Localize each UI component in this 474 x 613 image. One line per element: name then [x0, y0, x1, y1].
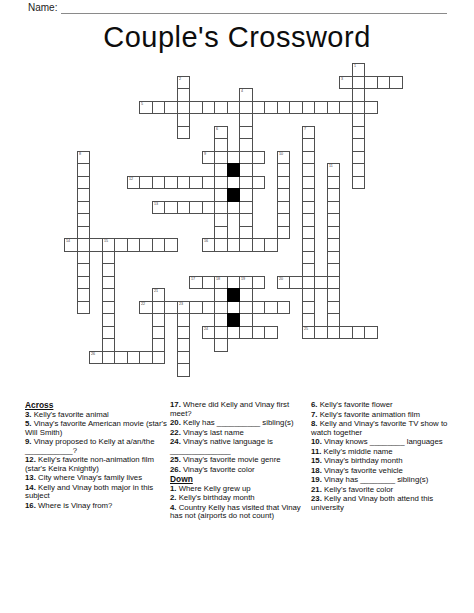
grid-cell[interactable] — [252, 276, 266, 290]
grid-cell[interactable] — [277, 213, 291, 227]
clue-number-label: 13. — [25, 473, 38, 482]
grid-cell[interactable] — [102, 263, 116, 277]
cell-number: 14 — [66, 239, 70, 243]
grid-cell[interactable] — [289, 276, 303, 290]
cell-number: 24 — [204, 327, 208, 331]
grid-cell[interactable] — [252, 176, 266, 190]
clue-number-label: 4. — [170, 503, 179, 512]
clue-across-5: 5. Vinay's favorite American movie (star… — [25, 420, 167, 437]
grid-cell[interactable] — [277, 201, 291, 215]
grid-cell[interactable] — [352, 163, 366, 177]
grid-cell[interactable] — [264, 101, 278, 115]
name-label: Name: — [28, 2, 57, 13]
grid-cell[interactable] — [277, 163, 291, 177]
clue-number-label: 23. — [311, 494, 324, 503]
grid-cell[interactable] — [177, 313, 191, 327]
grid-cell[interactable] — [77, 301, 91, 315]
grid-cell[interactable] — [227, 101, 241, 115]
grid-cell[interactable] — [214, 213, 228, 227]
clue-down-2: 2. Kelly's birthday month — [170, 494, 308, 503]
clue-down-10: 10. Vinay knows ________ languages — [311, 438, 463, 447]
black-cell — [227, 163, 241, 177]
grid-cell[interactable] — [102, 351, 116, 365]
grid-cell[interactable] — [302, 251, 316, 265]
grid-cell[interactable] — [177, 201, 191, 215]
across-header: Across — [25, 401, 167, 410]
grid-cell[interactable] — [352, 176, 366, 190]
grid-cell[interactable] — [227, 301, 241, 315]
grid-cell[interactable] — [352, 88, 366, 102]
cell-number: 8 — [79, 152, 81, 156]
grid-cell[interactable] — [302, 151, 316, 165]
cell-number: 18 — [216, 277, 220, 281]
clue-number-label: 9. — [25, 437, 34, 446]
grid-cell[interactable] — [214, 226, 228, 240]
grid-cell[interactable] — [164, 101, 178, 115]
grid-cell[interactable] — [214, 151, 228, 165]
grid-cell[interactable] — [302, 188, 316, 202]
grid-cell[interactable] — [239, 113, 253, 127]
cell-number: 5 — [141, 102, 143, 106]
grid-cell[interactable] — [164, 201, 178, 215]
cell-number: 9 — [204, 152, 206, 156]
grid-cell[interactable] — [339, 101, 353, 115]
grid-cell[interactable]: 25 — [302, 326, 316, 340]
grid-cell[interactable] — [114, 351, 128, 365]
grid-cell[interactable] — [177, 338, 191, 352]
clue-column-left: Across3. Kelly's favorite animal5. Vinay… — [25, 401, 167, 511]
grid-cell[interactable] — [102, 313, 116, 327]
grid-cell[interactable] — [302, 313, 316, 327]
grid-cell[interactable] — [327, 213, 341, 227]
grid-cell[interactable] — [302, 213, 316, 227]
clue-across-16: 16. Where is Vinay from? — [25, 502, 167, 511]
grid-cell[interactable] — [277, 188, 291, 202]
grid-cell[interactable] — [164, 176, 178, 190]
cell-number: 12 — [129, 177, 133, 181]
clue-number-label: 12. — [25, 455, 38, 464]
grid-cell[interactable] — [377, 76, 391, 90]
cell-number: 23 — [179, 302, 183, 306]
grid-cell[interactable] — [252, 101, 266, 115]
clue-number-label: 15. — [311, 456, 324, 465]
grid-cell[interactable] — [77, 176, 91, 190]
grid-cell[interactable] — [77, 163, 91, 177]
cell-number: 3 — [341, 77, 343, 81]
clue-down-1: 1. Where Kelly grew up — [170, 485, 308, 494]
black-cell — [227, 313, 241, 327]
clue-across-17: 17. Where did Kelly and Vinay first meet… — [170, 401, 308, 418]
cell-number: 13 — [154, 202, 158, 206]
clue-number-label: 24. — [170, 437, 183, 446]
grid-cell[interactable] — [139, 176, 153, 190]
grid-cell[interactable] — [302, 138, 316, 152]
grid-cell[interactable] — [352, 76, 366, 90]
grid-cell[interactable]: 19 — [239, 276, 253, 290]
grid-cell[interactable] — [177, 351, 191, 365]
grid-cell[interactable] — [239, 151, 253, 165]
grid-cell[interactable] — [302, 201, 316, 215]
grid-cell[interactable] — [77, 188, 91, 202]
grid-cell[interactable]: 14 — [64, 238, 78, 252]
grid-cell[interactable] — [214, 201, 228, 215]
grid-cell[interactable] — [327, 238, 341, 252]
grid-cell[interactable] — [214, 101, 228, 115]
grid-cell[interactable] — [239, 213, 253, 227]
grid-cell[interactable] — [239, 201, 253, 215]
grid-cell[interactable] — [177, 101, 191, 115]
grid-cell[interactable] — [152, 313, 166, 327]
grid-cell[interactable] — [139, 351, 153, 365]
grid-cell[interactable] — [177, 176, 191, 190]
grid-cell[interactable] — [77, 213, 91, 227]
grid-cell[interactable] — [202, 301, 216, 315]
grid-cell[interactable] — [327, 263, 341, 277]
grid-cell[interactable]: 10 — [277, 151, 291, 165]
clue-number-label: 22. — [170, 428, 183, 437]
grid-cell[interactable] — [239, 326, 253, 340]
grid-cell[interactable] — [252, 301, 266, 315]
grid-cell[interactable] — [252, 326, 266, 340]
grid-cell[interactable] — [302, 301, 316, 315]
clue-down-18: 18. Vinay's favorite vehicle — [311, 467, 463, 476]
grid-cell[interactable] — [102, 276, 116, 290]
grid-cell[interactable] — [264, 326, 278, 340]
clue-down-21: 21. Kelly's favorite color — [311, 486, 463, 495]
grid-cell[interactable] — [189, 301, 203, 315]
clue-column-right: 6. Kelly's favorite flower7. Kelly's fav… — [311, 401, 463, 513]
clue-across-25: 25. Vinay's favorite movie genre — [170, 456, 308, 465]
grid-cell[interactable]: 12 — [127, 176, 141, 190]
grid-cell[interactable] — [239, 101, 253, 115]
clue-across-26: 26. Vinay's favorite color — [170, 466, 308, 475]
grid-cell[interactable] — [152, 351, 166, 365]
grid-cell[interactable]: 4 — [239, 88, 253, 102]
grid-cell[interactable] — [177, 113, 191, 127]
cell-number: 11 — [329, 164, 333, 168]
grid-cell[interactable] — [189, 201, 203, 215]
clue-down-8: 8. Kelly and Vinay's favorite TV show to… — [311, 420, 463, 437]
grid-cell[interactable] — [202, 276, 216, 290]
grid-cell[interactable] — [327, 288, 341, 302]
grid-cell[interactable] — [77, 251, 91, 265]
grid-cell[interactable] — [177, 326, 191, 340]
grid-cell[interactable] — [152, 238, 166, 252]
grid-cell[interactable] — [239, 226, 253, 240]
clue-across-14: 14. Kelly and Vinay both major in this s… — [25, 484, 167, 501]
cell-number: 19 — [241, 277, 245, 281]
grid-cell[interactable] — [152, 176, 166, 190]
grid-cell[interactable] — [214, 288, 228, 302]
grid-cell[interactable]: 20 — [277, 276, 291, 290]
grid-cell[interactable] — [239, 313, 253, 327]
clue-number-label: 19. — [311, 475, 324, 484]
black-cell — [227, 188, 241, 202]
grid-cell[interactable] — [127, 351, 141, 365]
grid-cell[interactable] — [77, 263, 91, 277]
clue-number-label: 5. — [25, 419, 34, 428]
grid-cell[interactable] — [327, 313, 341, 327]
grid-cell[interactable] — [327, 251, 341, 265]
grid-cell[interactable] — [164, 301, 178, 315]
clue-down-23: 23. Kelly and Vinay both attend this uni… — [311, 495, 463, 512]
grid-cell[interactable] — [189, 176, 203, 190]
grid-cell[interactable]: 24 — [202, 326, 216, 340]
grid-cell[interactable] — [77, 226, 91, 240]
grid-cell[interactable] — [239, 126, 253, 140]
black-cell — [227, 288, 241, 302]
grid-cell[interactable] — [264, 301, 278, 315]
grid-cell[interactable]: 15 — [102, 238, 116, 252]
grid-cell[interactable] — [227, 238, 241, 252]
down-header: Down — [170, 475, 308, 484]
cell-number: 22 — [141, 302, 145, 306]
clue-across-24: 24. Vinay's native language is _________… — [170, 438, 308, 455]
grid-cell[interactable] — [352, 151, 366, 165]
grid-cell[interactable]: 21 — [152, 288, 166, 302]
grid-cell[interactable]: 9 — [202, 151, 216, 165]
grid-cell[interactable] — [152, 326, 166, 340]
grid-cell[interactable] — [302, 288, 316, 302]
grid-cell[interactable] — [202, 101, 216, 115]
clue-across-22: 22. Vinay's last name — [170, 429, 308, 438]
grid-cell[interactable] — [352, 113, 366, 127]
clue-number-label: 14. — [25, 483, 38, 492]
clue-number-label: 10. — [311, 437, 324, 446]
grid-cell[interactable] — [77, 276, 91, 290]
grid-cell[interactable] — [327, 326, 341, 340]
clue-number-label: 1. — [170, 484, 179, 493]
grid-cell[interactable] — [152, 301, 166, 315]
grid-cell[interactable] — [139, 238, 153, 252]
grid-cell[interactable] — [352, 101, 366, 115]
grid-cell[interactable] — [102, 326, 116, 340]
grid-cell[interactable] — [189, 101, 203, 115]
clue-number-label: 17. — [170, 400, 183, 409]
grid-cell[interactable] — [227, 276, 241, 290]
grid-cell[interactable] — [214, 138, 228, 152]
grid-cell[interactable] — [327, 301, 341, 315]
grid-cell[interactable] — [202, 201, 216, 215]
grid-cell[interactable] — [302, 276, 316, 290]
clue-across-9: 9. Vinay proposed to Kelly at a/an/the _… — [25, 438, 167, 455]
clue-down-19: 19. Vinay has ________ sibling(s) — [311, 476, 463, 485]
cell-number: 6 — [216, 127, 218, 131]
grid-cell[interactable] — [152, 338, 166, 352]
clue-number-label: 16. — [25, 501, 38, 510]
grid-cell[interactable] — [364, 76, 378, 90]
grid-cell[interactable] — [214, 176, 228, 190]
grid-cell[interactable] — [89, 238, 103, 252]
clue-down-15: 15. Vinay's birthday month — [311, 457, 463, 466]
grid-cell[interactable] — [152, 101, 166, 115]
clue-down-6: 6. Kelly's favorite flower — [311, 401, 463, 410]
grid-cell[interactable]: 26 — [89, 351, 103, 365]
grid-cell[interactable] — [214, 326, 228, 340]
grid-cell[interactable]: 13 — [152, 201, 166, 215]
grid-cell[interactable] — [277, 226, 291, 240]
worksheet-page: Name: Couple's Crossword 123456789101112… — [0, 0, 474, 613]
cell-number: 20 — [279, 277, 283, 281]
grid-cell[interactable] — [252, 151, 266, 165]
clue-number-label: 3. — [25, 410, 34, 419]
grid-cell[interactable] — [364, 101, 378, 115]
grid-cell[interactable] — [127, 238, 141, 252]
grid-cell[interactable] — [314, 276, 328, 290]
grid-cell[interactable]: 5 — [139, 101, 153, 115]
grid-cell[interactable] — [302, 263, 316, 277]
clue-number-label: 25. — [170, 455, 183, 464]
grid-cell[interactable] — [227, 201, 241, 215]
grid-cell[interactable] — [164, 238, 178, 252]
grid-cell[interactable] — [114, 238, 128, 252]
cell-number: 26 — [91, 352, 95, 356]
grid-cell[interactable] — [214, 163, 228, 177]
grid-cell[interactable] — [239, 176, 253, 190]
name-input-line[interactable] — [61, 13, 447, 14]
grid-cell[interactable] — [277, 301, 291, 315]
clue-number-label: 18. — [311, 466, 324, 475]
grid-cell[interactable] — [327, 201, 341, 215]
grid-cell[interactable] — [239, 163, 253, 177]
grid-cell[interactable] — [352, 126, 366, 140]
clue-number-label: 21. — [311, 485, 324, 494]
grid-cell[interactable] — [214, 238, 228, 252]
grid-cell[interactable] — [102, 251, 116, 265]
clue-across-13: 13. City where Vinay's family lives — [25, 474, 167, 483]
clue-number-label: 7. — [311, 410, 320, 419]
clue-down-7: 7. Kelly's favorite animation film — [311, 411, 463, 420]
clue-number-label: 20. — [170, 418, 183, 427]
grid-cell[interactable] — [227, 326, 241, 340]
clue-across-3: 3. Kelly's favorite animal — [25, 411, 167, 420]
grid-cell[interactable] — [302, 226, 316, 240]
clue-down-4: 4. Country Kelly has visited that Vinay … — [170, 504, 308, 521]
grid-cell[interactable] — [177, 126, 191, 140]
grid-cell[interactable]: 7 — [302, 126, 316, 140]
grid-cell[interactable]: 16 — [202, 238, 216, 252]
grid-cell[interactable]: 6 — [214, 126, 228, 140]
grid-cell[interactable] — [327, 176, 341, 190]
grid-cell[interactable] — [314, 101, 328, 115]
grid-cell[interactable] — [327, 188, 341, 202]
grid-cell[interactable] — [239, 288, 253, 302]
grid-cell[interactable] — [77, 238, 91, 252]
grid-cell[interactable]: 17 — [189, 276, 203, 290]
cell-number: 25 — [304, 327, 308, 331]
clue-column-middle: 17. Where did Kelly and Vinay first meet… — [170, 401, 308, 522]
grid-cell[interactable] — [102, 301, 116, 315]
cell-number: 10 — [279, 152, 283, 156]
grid-cell[interactable] — [364, 326, 378, 340]
clue-across-12: 12. Kelly's favorite non-animation film … — [25, 456, 167, 473]
grid-cell[interactable] — [314, 326, 328, 340]
grid-cell[interactable] — [239, 138, 253, 152]
grid-cell[interactable]: 3 — [339, 76, 353, 90]
grid-cell[interactable] — [177, 363, 191, 377]
cell-number: 2 — [179, 77, 181, 81]
cell-number: 7 — [304, 127, 306, 131]
grid-cell[interactable] — [102, 288, 116, 302]
cell-number: 21 — [154, 289, 158, 293]
clue-down-11: 11. Kelly's middle name — [311, 448, 463, 457]
grid-cell[interactable] — [102, 338, 116, 352]
grid-cell[interactable] — [327, 226, 341, 240]
page-title: Couple's Crossword — [0, 21, 474, 54]
cell-number: 4 — [241, 89, 243, 93]
clue-number-label: 6. — [311, 400, 320, 409]
clue-number-label: 26. — [170, 465, 183, 474]
grid-cell[interactable] — [239, 301, 253, 315]
grid-cell[interactable] — [327, 101, 341, 115]
grid-cell[interactable] — [352, 326, 366, 340]
grid-cell[interactable] — [352, 138, 366, 152]
grid-cell[interactable] — [302, 101, 316, 115]
cell-number: 15 — [104, 239, 108, 243]
grid-cell[interactable] — [214, 313, 228, 327]
grid-cell[interactable] — [227, 176, 241, 190]
grid-cell[interactable] — [252, 238, 266, 252]
grid-cell[interactable] — [302, 176, 316, 190]
grid-cell[interactable] — [77, 201, 91, 215]
grid-cell[interactable] — [177, 88, 191, 102]
clue-across-20: 20. Kelly has __________ sibling(s) — [170, 419, 308, 428]
grid-cell[interactable] — [214, 338, 228, 352]
cell-number: 1 — [354, 64, 356, 68]
cell-number: 16 — [204, 239, 208, 243]
grid-cell[interactable] — [302, 163, 316, 177]
clue-number-label: 11. — [311, 447, 324, 456]
grid-cell[interactable] — [227, 151, 241, 165]
grid-cell[interactable]: 23 — [177, 301, 191, 315]
grid-cell[interactable]: 1 — [352, 63, 366, 77]
clue-number-label: 8. — [311, 419, 320, 428]
cell-number: 17 — [191, 277, 195, 281]
grid-cell[interactable]: 2 — [177, 76, 191, 90]
grid-cell[interactable] — [327, 276, 341, 290]
grid-cell[interactable]: 22 — [139, 301, 153, 315]
grid-cell[interactable] — [389, 76, 403, 90]
grid-cell[interactable] — [77, 288, 91, 302]
clue-number-label: 2. — [170, 493, 179, 502]
grid-cell[interactable] — [239, 188, 253, 202]
grid-cell[interactable] — [277, 101, 291, 115]
grid-cell[interactable] — [214, 188, 228, 202]
grid-cell[interactable]: 8 — [77, 151, 91, 165]
grid-cell[interactable] — [339, 326, 353, 340]
grid-cell[interactable] — [214, 301, 228, 315]
grid-cell[interactable]: 11 — [327, 163, 341, 177]
grid-cell[interactable] — [264, 238, 278, 252]
grid-cell[interactable] — [239, 238, 253, 252]
grid-cell[interactable] — [289, 101, 303, 115]
grid-cell[interactable]: 18 — [214, 276, 228, 290]
grid-cell[interactable] — [277, 176, 291, 190]
grid-cell[interactable] — [302, 238, 316, 252]
grid-cell[interactable] — [202, 176, 216, 190]
